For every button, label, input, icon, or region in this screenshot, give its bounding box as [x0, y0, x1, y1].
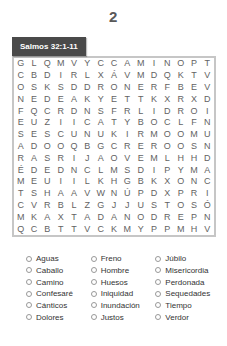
grid-cell[interactable]: N: [201, 117, 214, 129]
word-checkbox-circle[interactable]: [26, 267, 32, 273]
grid-cell[interactable]: X: [161, 93, 174, 105]
grid-cell[interactable]: N: [121, 211, 134, 223]
word-list-item[interactable]: Justos: [91, 311, 154, 323]
grid-cell[interactable]: R: [161, 211, 174, 223]
grid-cell[interactable]: X: [187, 93, 200, 105]
grid-cell[interactable]: R: [147, 82, 160, 94]
grid-cell[interactable]: F: [187, 117, 200, 129]
grid-cell[interactable]: T: [161, 200, 174, 212]
grid-cell[interactable]: V: [201, 223, 214, 235]
grid-cell[interactable]: S: [41, 129, 54, 141]
grid-cell[interactable]: T: [107, 117, 120, 129]
grid-cell[interactable]: P: [161, 223, 174, 235]
grid-cell[interactable]: B: [41, 223, 54, 235]
grid-cell[interactable]: H: [174, 152, 187, 164]
grid-cell[interactable]: A: [67, 188, 80, 200]
grid-cell[interactable]: G: [121, 176, 134, 188]
grid-cell[interactable]: S: [27, 82, 40, 94]
grid-cell[interactable]: N: [107, 188, 120, 200]
word-checkbox-circle[interactable]: [155, 267, 161, 273]
grid-cell[interactable]: P: [147, 223, 160, 235]
grid-cell[interactable]: I: [147, 105, 160, 117]
grid-cell[interactable]: J: [107, 200, 120, 212]
grid-cell[interactable]: Á: [107, 70, 120, 82]
grid-cell[interactable]: N: [81, 105, 94, 117]
word-list-item[interactable]: Dolores: [26, 311, 89, 323]
word-checkbox-circle[interactable]: [155, 314, 161, 320]
word-checkbox-circle[interactable]: [91, 256, 97, 262]
grid-cell[interactable]: D: [161, 105, 174, 117]
grid-cell[interactable]: Ú: [121, 188, 134, 200]
grid-cell[interactable]: Q: [14, 223, 27, 235]
word-list-item[interactable]: Iniquidad: [91, 288, 154, 300]
word-label: Freno: [101, 254, 122, 263]
grid-cell[interactable]: N: [161, 58, 174, 70]
word-checkbox-circle[interactable]: [91, 291, 97, 297]
word-label: Júbilo: [165, 254, 186, 263]
grid-cell[interactable]: S: [94, 105, 107, 117]
word-checkbox-circle[interactable]: [91, 314, 97, 320]
grid-cell[interactable]: A: [54, 188, 67, 200]
grid-cell[interactable]: O: [174, 58, 187, 70]
grid-cell[interactable]: O: [174, 176, 187, 188]
grid-cell[interactable]: P: [187, 211, 200, 223]
grid-cell[interactable]: S: [187, 200, 200, 212]
grid-cell[interactable]: Z: [41, 117, 54, 129]
grid-cell[interactable]: R: [67, 70, 80, 82]
grid-cell[interactable]: C: [107, 58, 120, 70]
grid-cell[interactable]: A: [121, 58, 134, 70]
grid-cell[interactable]: K: [94, 176, 107, 188]
grid-cell[interactable]: B: [54, 200, 67, 212]
grid-cell[interactable]: K: [81, 93, 94, 105]
word-label: Inundación: [101, 301, 140, 310]
grid-cell[interactable]: T: [121, 93, 134, 105]
grid-cell[interactable]: M: [147, 152, 160, 164]
grid-cell[interactable]: D: [147, 211, 160, 223]
grid-cell[interactable]: D: [67, 105, 80, 117]
grid-cell[interactable]: G: [94, 141, 107, 153]
grid-cell[interactable]: V: [201, 70, 214, 82]
grid-cell[interactable]: Z: [81, 200, 94, 212]
grid-cell[interactable]: Y: [81, 58, 94, 70]
word-checkbox-circle[interactable]: [155, 291, 161, 297]
grid-cell[interactable]: R: [147, 141, 160, 153]
grid-cell[interactable]: O: [107, 152, 120, 164]
word-list-item[interactable]: Camino: [26, 276, 89, 288]
grid-cell[interactable]: D: [54, 164, 67, 176]
grid-cell[interactable]: H: [41, 188, 54, 200]
word-checkbox-circle[interactable]: [91, 302, 97, 308]
grid-cell[interactable]: F: [14, 105, 27, 117]
grid-cell[interactable]: D: [27, 164, 40, 176]
grid-cell[interactable]: C: [27, 223, 40, 235]
grid-cell[interactable]: J: [121, 200, 134, 212]
grid-cell[interactable]: M: [134, 58, 147, 70]
grid-cell[interactable]: K: [27, 211, 40, 223]
word-list-item[interactable]: Aguas: [26, 253, 89, 265]
puzzle-title-tab: Salmos 32:1-11: [12, 37, 86, 56]
word-label: Aguas: [36, 254, 59, 263]
grid-cell[interactable]: U: [134, 200, 147, 212]
grid-cell[interactable]: A: [41, 211, 54, 223]
word-list-item[interactable]: Huesos: [91, 276, 154, 288]
word-checkbox-circle[interactable]: [26, 314, 32, 320]
grid-cell[interactable]: V: [81, 188, 94, 200]
grid-cell[interactable]: A: [201, 164, 214, 176]
grid-cell[interactable]: T: [14, 188, 27, 200]
grid-cell[interactable]: P: [161, 164, 174, 176]
grid-cell[interactable]: O: [147, 117, 160, 129]
grid-cell[interactable]: N: [201, 211, 214, 223]
word-list-item[interactable]: Inundación: [91, 300, 154, 312]
grid-cell[interactable]: L: [94, 164, 107, 176]
word-label: Justos: [101, 313, 124, 322]
word-list-item[interactable]: Verdor: [155, 311, 218, 323]
word-list-item[interactable]: Sequedades: [155, 288, 218, 300]
grid-cell[interactable]: Y: [134, 223, 147, 235]
grid-cell[interactable]: I: [147, 164, 160, 176]
grid-cell[interactable]: I: [201, 105, 214, 117]
grid-cell[interactable]: I: [147, 58, 160, 70]
grid-cell[interactable]: X: [161, 176, 174, 188]
grid-cell[interactable]: C: [81, 117, 94, 129]
grid-cell[interactable]: U: [27, 117, 40, 129]
grid-cell[interactable]: D: [41, 93, 54, 105]
word-list-item[interactable]: Freno: [91, 253, 154, 265]
grid-cell[interactable]: I: [201, 188, 214, 200]
grid-cell[interactable]: U: [41, 176, 54, 188]
grid-cell[interactable]: S: [54, 82, 67, 94]
grid-cell[interactable]: R: [14, 152, 27, 164]
word-list-item[interactable]: Tiempo: [155, 300, 218, 312]
grid-cell[interactable]: D: [134, 164, 147, 176]
grid-cell[interactable]: T: [54, 223, 67, 235]
grid-cell[interactable]: X: [94, 70, 107, 82]
grid-cell[interactable]: O: [14, 82, 27, 94]
grid-cell[interactable]: M: [187, 164, 200, 176]
grid-cell[interactable]: Y: [174, 164, 187, 176]
grid-cell[interactable]: N: [121, 82, 134, 94]
grid-cell[interactable]: N: [14, 93, 27, 105]
word-list-item[interactable]: Caballo: [26, 265, 89, 277]
grid-cell[interactable]: D: [94, 211, 107, 223]
grid-cell[interactable]: C: [107, 141, 120, 153]
grid-cell[interactable]: C: [94, 58, 107, 70]
grid-cell[interactable]: Q: [67, 141, 80, 153]
grid-cell[interactable]: D: [81, 82, 94, 94]
grid-cell[interactable]: L: [161, 152, 174, 164]
grid-cell[interactable]: H: [187, 152, 200, 164]
grid-cell[interactable]: G: [14, 58, 27, 70]
grid-cell[interactable]: O: [174, 200, 187, 212]
grid-cell[interactable]: O: [41, 141, 54, 153]
word-label: Camino: [36, 278, 64, 287]
grid-cell[interactable]: L: [67, 200, 80, 212]
word-list-item[interactable]: Perdonada: [155, 276, 218, 288]
grid-cell[interactable]: L: [27, 58, 40, 70]
worksheet-page: 2 Salmos 32:1-11 GLQMVYCCAMINOPTCBDIRLXÁ…: [0, 0, 227, 346]
grid-cell[interactable]: R: [121, 141, 134, 153]
grid-cell[interactable]: O: [174, 129, 187, 141]
grid-cell[interactable]: V: [121, 152, 134, 164]
grid-cell[interactable]: A: [81, 211, 94, 223]
grid-cell[interactable]: A: [94, 152, 107, 164]
grid-cell[interactable]: M: [14, 211, 27, 223]
word-list-item[interactable]: Cánticos: [26, 300, 89, 312]
grid-cell[interactable]: D: [67, 82, 80, 94]
grid-cell[interactable]: E: [134, 152, 147, 164]
word-list-item[interactable]: Misericordia: [155, 265, 218, 277]
grid-cell[interactable]: N: [67, 164, 80, 176]
grid-cell[interactable]: C: [54, 129, 67, 141]
grid-cell[interactable]: V: [27, 200, 40, 212]
grid-cell[interactable]: D: [201, 93, 214, 105]
grid-cell[interactable]: M: [121, 223, 134, 235]
word-label: Perdonada: [165, 278, 204, 287]
word-label: Verdor: [165, 313, 189, 322]
puzzle-title: Salmos 32:1-11: [20, 42, 78, 51]
grid-cell[interactable]: K: [174, 70, 187, 82]
grid-cell[interactable]: E: [27, 93, 40, 105]
grid-cell[interactable]: C: [94, 223, 107, 235]
grid-cell[interactable]: A: [94, 117, 107, 129]
grid-cell[interactable]: R: [174, 105, 187, 117]
grid-cell[interactable]: C: [161, 117, 174, 129]
grid-cell[interactable]: R: [174, 93, 187, 105]
grid-cell[interactable]: M: [14, 176, 27, 188]
grid-cell[interactable]: V: [81, 223, 94, 235]
grid-cell[interactable]: Q: [161, 70, 174, 82]
grid-cell[interactable]: O: [134, 211, 147, 223]
grid-cell[interactable]: V: [67, 58, 80, 70]
grid-cell[interactable]: K: [41, 82, 54, 94]
grid-cell[interactable]: S: [147, 200, 160, 212]
grid-cell[interactable]: V: [201, 82, 214, 94]
grid-cell[interactable]: O: [54, 141, 67, 153]
grid-cell[interactable]: M: [107, 164, 120, 176]
grid-cell[interactable]: O: [161, 129, 174, 141]
grid-cell[interactable]: T: [134, 93, 147, 105]
grid-cell[interactable]: I: [67, 117, 80, 129]
grid-cell[interactable]: N: [81, 129, 94, 141]
grid-cell[interactable]: R: [121, 105, 134, 117]
grid-cell[interactable]: S: [14, 129, 27, 141]
grid-cell[interactable]: Q: [41, 58, 54, 70]
word-list-item[interactable]: Hombre: [91, 265, 154, 277]
word-checkbox-circle[interactable]: [26, 279, 32, 285]
grid-cell[interactable]: E: [14, 117, 27, 129]
word-checkbox-circle[interactable]: [91, 267, 97, 273]
grid-cell[interactable]: T: [67, 211, 80, 223]
word-list-item[interactable]: Confesaré: [26, 288, 89, 300]
grid-cell[interactable]: D: [147, 188, 160, 200]
word-checkbox-circle[interactable]: [155, 256, 161, 262]
grid-cell[interactable]: R: [54, 152, 67, 164]
word-checkbox-circle[interactable]: [91, 279, 97, 285]
grid-cell[interactable]: E: [174, 211, 187, 223]
grid-cell[interactable]: K: [147, 176, 160, 188]
grid-cell[interactable]: M: [147, 129, 160, 141]
grid-cell[interactable]: A: [107, 211, 120, 223]
grid-cell[interactable]: B: [81, 141, 94, 153]
grid-cell[interactable]: H: [107, 176, 120, 188]
word-checkbox-circle[interactable]: [26, 302, 32, 308]
grid-cell[interactable]: I: [54, 176, 67, 188]
grid-cell[interactable]: E: [41, 164, 54, 176]
grid-cell[interactable]: L: [81, 70, 94, 82]
grid-cell[interactable]: C: [14, 200, 27, 212]
grid-cell[interactable]: A: [27, 152, 40, 164]
grid-cell[interactable]: L: [81, 176, 94, 188]
grid-cell[interactable]: M: [174, 223, 187, 235]
grid-cell[interactable]: H: [187, 223, 200, 235]
grid-cell[interactable]: R: [94, 82, 107, 94]
grid-cell[interactable]: C: [81, 164, 94, 176]
grid-cell[interactable]: B: [27, 70, 40, 82]
grid-cell[interactable]: A: [14, 141, 27, 153]
grid-cell[interactable]: E: [27, 129, 40, 141]
grid-cell[interactable]: U: [201, 129, 214, 141]
page-number: 2: [0, 8, 227, 25]
grid-cell[interactable]: F: [107, 105, 120, 117]
word-label: Cánticos: [36, 301, 67, 310]
word-checkbox-circle[interactable]: [26, 291, 32, 297]
grid-cell[interactable]: D: [27, 141, 40, 153]
grid-cell[interactable]: N: [201, 141, 214, 153]
grid-cell[interactable]: R: [134, 129, 147, 141]
grid-cell[interactable]: U: [94, 129, 107, 141]
grid-cell[interactable]: V: [121, 70, 134, 82]
grid-cell[interactable]: E: [187, 82, 200, 94]
grid-cell[interactable]: X: [161, 188, 174, 200]
grid-cell[interactable]: É: [14, 164, 27, 176]
grid-cell[interactable]: U: [67, 129, 80, 141]
grid-cell[interactable]: W: [94, 188, 107, 200]
word-label: Iniquidad: [101, 289, 133, 298]
grid-cell[interactable]: B: [174, 82, 187, 94]
grid-cell[interactable]: S: [121, 164, 134, 176]
grid-cell[interactable]: O: [187, 105, 200, 117]
grid-cell[interactable]: L: [134, 105, 147, 117]
grid-cell[interactable]: Y: [121, 117, 134, 129]
grid-cell[interactable]: P: [134, 188, 147, 200]
word-label: Huesos: [101, 278, 128, 287]
word-label: Dolores: [36, 313, 64, 322]
grid-cell[interactable]: I: [54, 117, 67, 129]
word-label: Hombre: [101, 266, 129, 275]
word-list: AguasCaballoCaminoConfesaréCánticosDolor…: [26, 253, 218, 323]
grid-cell[interactable]: B: [134, 176, 147, 188]
grid-cell[interactable]: O: [107, 82, 120, 94]
grid-cell[interactable]: K: [147, 93, 160, 105]
word-checkbox-circle[interactable]: [155, 302, 161, 308]
grid-cell[interactable]: O: [174, 141, 187, 153]
grid-cell[interactable]: E: [107, 93, 120, 105]
grid-cell[interactable]: R: [187, 188, 200, 200]
grid-cell[interactable]: T: [67, 223, 80, 235]
grid-cell[interactable]: C: [201, 176, 214, 188]
grid-cell[interactable]: C: [41, 105, 54, 117]
grid-cell[interactable]: Q: [27, 105, 40, 117]
grid-cell[interactable]: R: [41, 200, 54, 212]
grid-cell[interactable]: D: [41, 70, 54, 82]
grid-cell[interactable]: I: [67, 176, 80, 188]
word-label: Confesaré: [36, 289, 73, 298]
grid-cell[interactable]: S: [187, 141, 200, 153]
grid-cell[interactable]: R: [54, 105, 67, 117]
grid-cell[interactable]: K: [107, 223, 120, 235]
word-label: Caballo: [36, 266, 63, 275]
grid-cell[interactable]: T: [201, 58, 214, 70]
grid-cell[interactable]: D: [147, 70, 160, 82]
grid-cell[interactable]: S: [41, 152, 54, 164]
grid-cell[interactable]: X: [54, 211, 67, 223]
grid-cell[interactable]: D: [201, 152, 214, 164]
grid-cell[interactable]: K: [107, 129, 120, 141]
word-checkbox-circle[interactable]: [26, 256, 32, 262]
grid-cell[interactable]: Ó: [201, 200, 214, 212]
grid-cell[interactable]: N: [187, 176, 200, 188]
grid-cell[interactable]: P: [174, 188, 187, 200]
grid-cell[interactable]: M: [54, 58, 67, 70]
grid-cell[interactable]: A: [67, 93, 80, 105]
grid-cell[interactable]: T: [187, 70, 200, 82]
grid-cell[interactable]: I: [67, 152, 80, 164]
grid-cell[interactable]: G: [94, 200, 107, 212]
grid-cell[interactable]: P: [187, 58, 200, 70]
grid-cell[interactable]: C: [14, 70, 27, 82]
grid-cell[interactable]: L: [174, 117, 187, 129]
grid-cell[interactable]: M: [187, 129, 200, 141]
grid-cell[interactable]: M: [134, 70, 147, 82]
grid-cell[interactable]: I: [54, 70, 67, 82]
grid-cell[interactable]: E: [134, 82, 147, 94]
word-search-grid: GLQMVYCCAMINOPTCBDIRLXÁVMDQKTVOSKSDDRONE…: [12, 56, 216, 237]
grid-cell[interactable]: J: [81, 152, 94, 164]
grid-cell[interactable]: E: [27, 176, 40, 188]
grid-cell[interactable]: O: [161, 141, 174, 153]
grid-cell[interactable]: S: [27, 188, 40, 200]
grid-cell[interactable]: E: [54, 93, 67, 105]
grid-cell[interactable]: E: [134, 141, 147, 153]
grid-cell[interactable]: B: [134, 117, 147, 129]
grid-cell[interactable]: I: [121, 129, 134, 141]
word-list-item[interactable]: Júbilo: [155, 253, 218, 265]
word-label: Sequedades: [165, 289, 210, 298]
word-label: Misericordia: [165, 266, 208, 275]
word-label: Tiempo: [165, 301, 191, 310]
word-checkbox-circle[interactable]: [155, 279, 161, 285]
grid-cell[interactable]: Y: [94, 93, 107, 105]
grid-cell[interactable]: F: [161, 82, 174, 94]
